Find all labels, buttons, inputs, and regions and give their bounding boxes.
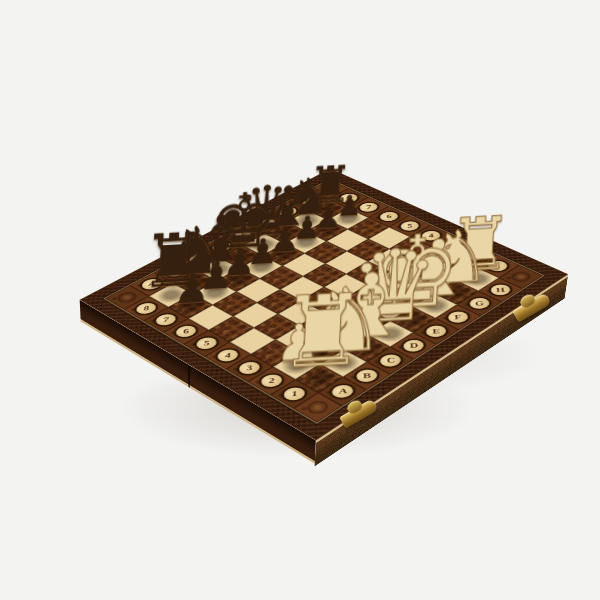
chessboard: ABCDEFGH8877665544332211ABCDEFGH ♜♞♟♝♟♛♟…: [80, 168, 569, 440]
rank-label-4-left: 4: [205, 342, 251, 369]
label-disc: 5: [190, 334, 224, 354]
light-rook-glyph: ♜: [275, 280, 368, 383]
square-a4[interactable]: [230, 328, 276, 354]
rank-label-3-left: 3: [226, 354, 273, 382]
label-disc: 4: [211, 345, 245, 365]
square-b6[interactable]: [213, 292, 257, 317]
label-disc: 1: [276, 383, 312, 405]
label-disc: 3: [232, 358, 267, 379]
rank-label-6-left: 6: [163, 319, 208, 345]
label-disc: 8: [130, 299, 163, 317]
square-a5[interactable]: [209, 316, 254, 342]
photo-background: ABCDEFGH8877665544332211ABCDEFGH ♜♞♟♝♟♛♟…: [0, 0, 600, 600]
dark-pawn-glyph: ♟: [172, 267, 210, 309]
rank-label-5-left: 5: [184, 330, 230, 356]
square-b5[interactable]: [233, 303, 278, 328]
label-disc: 7: [149, 310, 182, 329]
ring-corner-tile: [293, 393, 342, 423]
label-disc: 6: [169, 322, 203, 341]
